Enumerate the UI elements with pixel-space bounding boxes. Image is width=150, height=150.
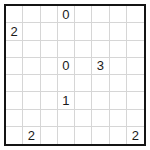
grid-cell-r4-c7[interactable]: [127, 75, 144, 92]
clue-cell-r7-c7[interactable]: 2: [127, 127, 144, 144]
grid-cell-r0-c4[interactable]: [75, 6, 92, 23]
grid-cell-r2-c3[interactable]: [58, 41, 75, 58]
grid-cell-r3-c4[interactable]: [75, 58, 92, 75]
grid-cell-r4-c5[interactable]: [92, 75, 109, 92]
grid-cell-r6-c5[interactable]: [92, 110, 109, 127]
grid-cell-r1-c3[interactable]: [58, 23, 75, 40]
grid-cell-r0-c1[interactable]: [23, 6, 40, 23]
grid-cell-r5-c4[interactable]: [75, 92, 92, 109]
grid-cell-r2-c5[interactable]: [92, 41, 109, 58]
grid-cell-r0-c5[interactable]: [92, 6, 109, 23]
grid-cell-r4-c3[interactable]: [58, 75, 75, 92]
grid-cell-r5-c5[interactable]: [92, 92, 109, 109]
grid-cell-r6-c4[interactable]: [75, 110, 92, 127]
grid-cell-r5-c7[interactable]: [127, 92, 144, 109]
grid-cell-r5-c0[interactable]: [6, 92, 23, 109]
grid-cell-r7-c0[interactable]: [6, 127, 23, 144]
grid-cell-r2-c6[interactable]: [110, 41, 127, 58]
grid-cell-r6-c7[interactable]: [127, 110, 144, 127]
clue-cell-r3-c5[interactable]: 3: [92, 58, 109, 75]
grid-cell-r2-c7[interactable]: [127, 41, 144, 58]
grid-cell-r0-c6[interactable]: [110, 6, 127, 23]
grid-cell-r2-c0[interactable]: [6, 41, 23, 58]
grid-cell-r7-c6[interactable]: [110, 127, 127, 144]
clue-cell-r1-c0[interactable]: 2: [6, 23, 23, 40]
grid-cell-r7-c3[interactable]: [58, 127, 75, 144]
grid-cell-r1-c6[interactable]: [110, 23, 127, 40]
grid-cell-r0-c7[interactable]: [127, 6, 144, 23]
grid-cell-r5-c1[interactable]: [23, 92, 40, 109]
grid-cell-r5-c2[interactable]: [41, 92, 58, 109]
grid-cell-r7-c2[interactable]: [41, 127, 58, 144]
grid-cell-r4-c4[interactable]: [75, 75, 92, 92]
grid-cell-r4-c0[interactable]: [6, 75, 23, 92]
grid-cell-r2-c1[interactable]: [23, 41, 40, 58]
grid-cell-r3-c1[interactable]: [23, 58, 40, 75]
grid-cell-r7-c5[interactable]: [92, 127, 109, 144]
grid-cell-r4-c6[interactable]: [110, 75, 127, 92]
clue-cell-r3-c3[interactable]: 0: [58, 58, 75, 75]
grid-cell-r6-c2[interactable]: [41, 110, 58, 127]
grid-cell-r2-c2[interactable]: [41, 41, 58, 58]
grid-cell-r4-c2[interactable]: [41, 75, 58, 92]
grid-cell-r6-c1[interactable]: [23, 110, 40, 127]
grid-cell-r3-c7[interactable]: [127, 58, 144, 75]
grid-cell-r5-c6[interactable]: [110, 92, 127, 109]
grid-cell-r6-c3[interactable]: [58, 110, 75, 127]
grid-cell-r7-c4[interactable]: [75, 127, 92, 144]
grid-cell-r1-c2[interactable]: [41, 23, 58, 40]
grid-cell-r1-c5[interactable]: [92, 23, 109, 40]
clue-cell-r7-c1[interactable]: 2: [23, 127, 40, 144]
clue-cell-r5-c3[interactable]: 1: [58, 92, 75, 109]
grid-cell-r1-c1[interactable]: [23, 23, 40, 40]
grid-cell-r0-c2[interactable]: [41, 6, 58, 23]
grid-cell-r0-c0[interactable]: [6, 6, 23, 23]
grid-cell-r1-c4[interactable]: [75, 23, 92, 40]
puzzle-page: 0203122: [0, 0, 150, 150]
grid-cell-r2-c4[interactable]: [75, 41, 92, 58]
grid-cell-r6-c6[interactable]: [110, 110, 127, 127]
grid-cell-r1-c7[interactable]: [127, 23, 144, 40]
grid-cell-r3-c2[interactable]: [41, 58, 58, 75]
clue-cell-r0-c3[interactable]: 0: [58, 6, 75, 23]
puzzle-board: 0203122: [4, 4, 146, 146]
grid-cell-r4-c1[interactable]: [23, 75, 40, 92]
grid-cell-r3-c6[interactable]: [110, 58, 127, 75]
grid-cell-r6-c0[interactable]: [6, 110, 23, 127]
grid-cell-r3-c0[interactable]: [6, 58, 23, 75]
